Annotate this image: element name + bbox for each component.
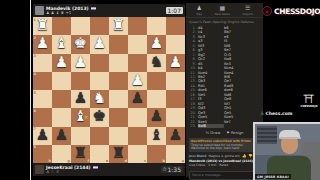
board-square[interactable]: ♝: [52, 35, 71, 53]
rank-label: 3: [34, 54, 36, 58]
subscription-notice: DavidPruess subscribed with Prime They'v…: [189, 138, 260, 152]
board-square[interactable]: [166, 17, 185, 35]
board-square[interactable]: ♟: [166, 54, 185, 72]
file-label: b: [162, 159, 165, 163]
rank-label: 1: [34, 18, 36, 22]
game-info: Mandevik (2013) vs JesseKraai (2144) Liv…: [186, 159, 263, 169]
board-square[interactable]: [128, 35, 147, 53]
board-square[interactable]: 6: [33, 108, 52, 126]
board-square[interactable]: [52, 108, 71, 126]
chess-piece-bP[interactable]: ♟: [166, 126, 185, 145]
board-square[interactable]: g: [52, 145, 71, 163]
panel-tab-new-game[interactable]: ▦New Game: [215, 5, 230, 16]
tab-label: New Game: [215, 12, 230, 16]
bottom-player-avatar[interactable]: [35, 165, 44, 174]
board-square[interactable]: [166, 35, 185, 53]
board-square[interactable]: [90, 17, 109, 35]
board-square[interactable]: 4: [33, 72, 52, 90]
board-square[interactable]: ♜: [109, 17, 128, 35]
board-square[interactable]: [147, 90, 166, 108]
board-square[interactable]: ♟: [52, 127, 71, 145]
top-player-clock: 1:07: [166, 7, 183, 14]
chess-piece-wR[interactable]: ♜: [109, 16, 128, 35]
cap-brim: [279, 137, 301, 139]
board-square[interactable]: ♟: [71, 54, 90, 72]
pagoda-icon: ⛩: [299, 94, 319, 105]
resign-button[interactable]: ⚑ Resign: [226, 130, 243, 135]
board-square[interactable]: [52, 72, 71, 90]
rank-label: 8: [34, 145, 36, 149]
board-square[interactable]: ♟: [128, 72, 147, 90]
draw-button[interactable]: ½ Draw: [205, 130, 220, 135]
chess-piece-bN[interactable]: ♞: [147, 53, 166, 72]
bottom-clock-value: 1:35: [168, 166, 181, 173]
board-square[interactable]: [147, 72, 166, 90]
bottom-captured-pieces: ♙ ♘ ♕: [46, 170, 161, 174]
board-square[interactable]: [128, 54, 147, 72]
board-square[interactable]: [109, 35, 128, 53]
tab-label: Players: [243, 12, 253, 16]
stream-frame: Mandevik (2013) ♟ ♟ ♝ ♛ +1 1:07 1♜♜2♟♝♚♟…: [0, 0, 320, 180]
tab-label: Play: [196, 12, 202, 16]
file-label: f: [87, 159, 89, 163]
board-square[interactable]: 5: [33, 90, 52, 108]
chess-piece-bB[interactable]: ♝: [147, 126, 166, 145]
game-actions: ½ Draw ⚑ Resign: [186, 128, 263, 137]
file-label: e: [106, 159, 108, 163]
board-square[interactable]: 7♟: [33, 127, 52, 145]
thumbs-up-icon[interactable]: 👍: [242, 154, 246, 158]
board-square[interactable]: [71, 72, 90, 90]
chess-piece-wK[interactable]: ♚: [71, 34, 90, 53]
white-move[interactable]: Bxf6: [198, 124, 224, 128]
premove-x-marker: ✕: [84, 114, 88, 120]
webcam-feed: GM JESSE KRAAI: [253, 122, 320, 180]
chess-board[interactable]: 1♜♜2♟♝♚♟♟3♟♟♞♟4♟5♟♞♟6♝♚♟7♟♟♝♟8hgf♜ed♜cba: [33, 17, 185, 163]
board-square[interactable]: ♟: [90, 35, 109, 53]
panel-tab-players[interactable]: ☰Players: [243, 5, 253, 16]
board-square[interactable]: [109, 90, 128, 108]
board-square[interactable]: 1♜: [33, 17, 52, 35]
chess-piece-bP[interactable]: ♟: [147, 107, 166, 126]
move-number: 23.: [186, 124, 198, 128]
bottom-player-clock: ⏱ 1:35: [161, 166, 183, 173]
panel-tabs: ♟Play▦New Game☰Players: [186, 3, 263, 18]
sidebar-panel: ♟Play▦New Game☰Players Queen's Pawn Open…: [186, 3, 263, 177]
board-square[interactable]: [109, 127, 128, 145]
chess-piece-wP[interactable]: ♟: [166, 53, 185, 72]
top-captured-pieces: ♟ ♟ ♝ ♛ +1: [46, 11, 166, 15]
tab-icon: ♟: [196, 5, 201, 11]
file-label: g: [67, 159, 70, 163]
top-player-avatar[interactable]: [35, 6, 44, 15]
board-square[interactable]: [90, 127, 109, 145]
chessdojo-pagoda-logo: ⛩ CHESSDOJO: [299, 94, 319, 108]
black-move[interactable]: [224, 124, 250, 128]
pagoda-logo-text: CHESSDOJO: [299, 105, 319, 108]
chat-text: Magnus is gonna win: [208, 154, 240, 158]
webcam-caption: GM JESSE KRAAI: [255, 174, 291, 179]
chess-piece-wP[interactable]: ♟: [52, 53, 71, 72]
board-square[interactable]: ♟: [166, 127, 185, 145]
board-square[interactable]: ♟: [52, 54, 71, 72]
board-square[interactable]: [90, 54, 109, 72]
chessdojo-header-text: CHESSDOJO: [274, 7, 320, 16]
board-square[interactable]: 3: [33, 54, 52, 72]
board-square[interactable]: [128, 17, 147, 35]
file-label: c: [144, 159, 146, 163]
chat-input[interactable]: Send a message...: [189, 171, 260, 180]
chess-piece-wB[interactable]: ♝: [52, 34, 71, 53]
bottom-player-bar: JesseKraai (2144) ♙ ♘ ♕ ⏱ 1:35: [33, 163, 185, 176]
board-square[interactable]: [109, 72, 128, 90]
chess-piece-bK[interactable]: ♚: [90, 107, 109, 126]
clock-icon: ⏱: [163, 166, 167, 173]
board-square[interactable]: ♟: [71, 90, 90, 108]
chessdojo-circle-icon: ◉: [262, 6, 272, 16]
board-square[interactable]: e: [90, 145, 109, 163]
rank-label: 5: [34, 91, 36, 95]
board-square[interactable]: [166, 108, 185, 126]
rank-label: 7: [34, 127, 36, 131]
board-square[interactable]: b: [147, 145, 166, 163]
chess-piece-bP[interactable]: ♟: [52, 126, 71, 145]
opening-name: Queen's Pawn Opening: English Defense: [186, 18, 263, 25]
board-square[interactable]: f♜: [71, 145, 90, 163]
board-square[interactable]: 8h: [33, 145, 52, 163]
game-info-type: Live Chess · 3 min · Rated: [189, 163, 228, 167]
board-square[interactable]: [90, 72, 109, 90]
chess-piece-wP[interactable]: ♟: [147, 34, 166, 53]
board-square[interactable]: a: [166, 145, 185, 163]
board-square[interactable]: ♟: [147, 35, 166, 53]
chess-piece-bP[interactable]: ♟: [71, 89, 90, 108]
chesscom-pawn-icon: ♙: [260, 110, 264, 116]
board-square[interactable]: ♚: [90, 108, 109, 126]
board-square[interactable]: ♞: [147, 54, 166, 72]
board-square[interactable]: ♟: [147, 108, 166, 126]
board-square[interactable]: c: [128, 145, 147, 163]
top-clock-value: 1:07: [168, 7, 181, 14]
board-square[interactable]: [71, 127, 90, 145]
board-square[interactable]: [166, 72, 185, 90]
notice-body: They've subscribed for 14 months! Welcom…: [191, 144, 258, 151]
file-label: a: [182, 159, 184, 163]
file-label: d: [124, 159, 127, 163]
chess-piece-wP[interactable]: ♟: [71, 53, 90, 72]
tab-icon: ▦: [219, 5, 225, 11]
board-square[interactable]: d♜: [109, 145, 128, 163]
left-divider-line: [30, 0, 31, 180]
board-square[interactable]: [52, 17, 71, 35]
chess-piece-bP[interactable]: ♟: [128, 89, 147, 108]
window-blinds: [257, 126, 277, 144]
chessdojo-header-logo: ◉ CHESSDOJO: [262, 6, 320, 16]
rank-label: 6: [34, 109, 36, 113]
file-label: h: [49, 159, 52, 163]
chesscom-logo: ♙ Chess.com: [260, 110, 293, 116]
board-square[interactable]: ♝: [147, 127, 166, 145]
board-square[interactable]: [147, 17, 166, 35]
board-square[interactable]: [52, 90, 71, 108]
chat-author: Jess Bland: [189, 154, 206, 158]
board-square[interactable]: 2♟: [33, 35, 52, 53]
move-list[interactable]: 1.d4b62.c4Bb73.Nc3e64.a3f55.Nf3Nf66.g3Be…: [186, 25, 263, 128]
chesscom-logo-text: Chess.com: [265, 111, 292, 116]
panel-tab-play[interactable]: ♟Play: [196, 5, 202, 16]
board-square[interactable]: [128, 127, 147, 145]
board-square[interactable]: [109, 108, 128, 126]
board-square[interactable]: ♟: [128, 90, 147, 108]
board-square[interactable]: [71, 17, 90, 35]
board-square[interactable]: ♚: [71, 35, 90, 53]
chess-piece-wP[interactable]: ♟: [128, 71, 147, 90]
board-square[interactable]: [166, 90, 185, 108]
tab-icon: ☰: [245, 5, 250, 11]
board-square[interactable]: ♞: [90, 90, 109, 108]
rank-label: 4: [34, 72, 36, 76]
board-square[interactable]: [128, 108, 147, 126]
board-square[interactable]: [109, 54, 128, 72]
chess-piece-wN[interactable]: ♞: [90, 89, 109, 108]
chess-piece-wP[interactable]: ♟: [90, 34, 109, 53]
rank-label: 2: [34, 36, 36, 40]
